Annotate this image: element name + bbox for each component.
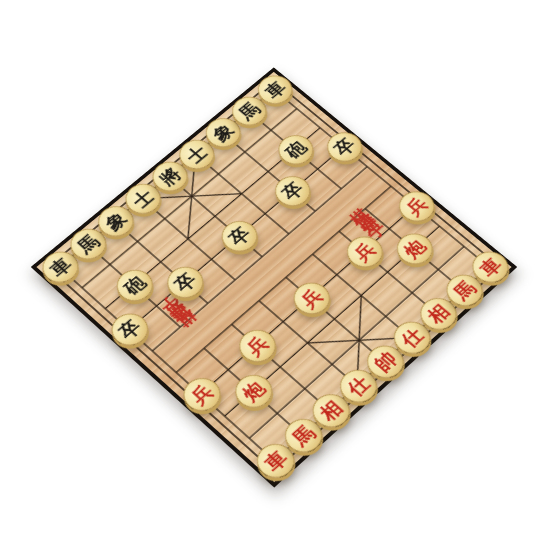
photo-scene: 棋逢对手 棋逢对手 車馬象士將士象馬車砲砲卒卒卒卒卒兵兵兵兵兵炮炮車馬相仕帥仕相… <box>0 0 540 540</box>
board[interactable]: 棋逢对手 棋逢对手 車馬象士將士象馬車砲砲卒卒卒卒卒兵兵兵兵兵炮炮車馬相仕帥仕相… <box>30 67 516 487</box>
board-grid <box>36 72 511 482</box>
